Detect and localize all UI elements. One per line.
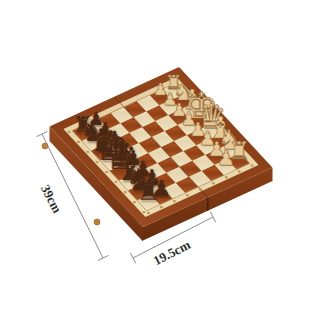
photo-overlay xyxy=(0,0,328,328)
product-photo: 39cm 19.5cm ♜♞♝♛♚♝♞♜♟♟♟♟♟♟♟♟♟♟♟♟♟♟♟♟♜♞♝♛… xyxy=(0,0,328,328)
brass-pin-icon xyxy=(94,219,100,225)
